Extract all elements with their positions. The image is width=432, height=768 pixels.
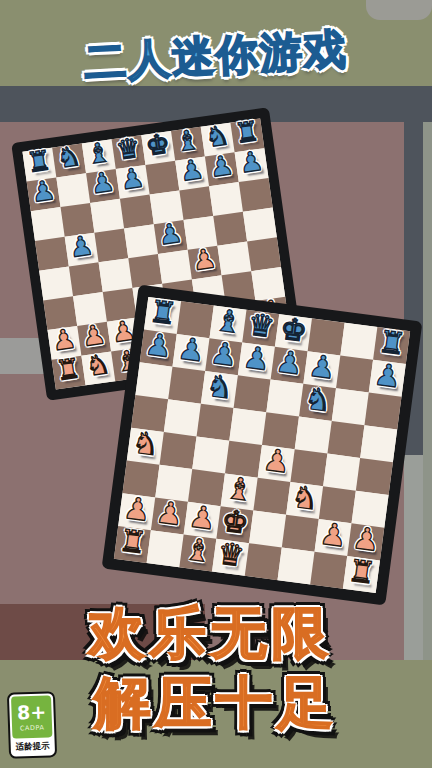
age-rating-number: 8+ — [17, 702, 47, 723]
salmon-bishop-piece: ♝ — [224, 471, 255, 507]
blue-king-piece: ♚ — [278, 312, 309, 348]
square-b7 — [56, 173, 90, 207]
square-a6 — [135, 362, 172, 399]
square-h7: ♟ — [235, 148, 269, 182]
salmon-pawn-piece: ♟ — [187, 499, 218, 535]
age-rating-caption: 适龄提示 — [16, 740, 50, 753]
square-c6: ♞ — [201, 371, 238, 408]
blue-pawn-piece: ♟ — [118, 162, 146, 195]
square-b7: ♟ — [172, 334, 209, 371]
square-b5 — [164, 399, 201, 436]
chess-board-front[interactable]: ♜♝♛♚♜♟♟♟♟♟♟♟♞♞♞♟♝♞♟♟♟♚♟♟♜♝♛♜ — [102, 285, 423, 606]
square-d4 — [128, 254, 162, 288]
salmon-king-piece: ♚ — [220, 504, 251, 540]
square-e3 — [253, 478, 290, 515]
square-g1 — [310, 552, 347, 589]
blue-knight-piece: ♞ — [203, 120, 231, 153]
blue-pawn-piece: ♟ — [241, 340, 272, 376]
square-c6 — [90, 199, 124, 233]
salmon-pawn-piece: ♟ — [351, 521, 382, 557]
square-a1: ♜ — [52, 356, 86, 390]
blue-bishop-piece: ♝ — [84, 137, 112, 170]
square-f5 — [295, 417, 332, 454]
background-blob — [366, 0, 432, 20]
promo-screenshot: 二人迷你游戏 ♜♞♝♛♚♝♞♜♟♟♟♟♟♟♟♟♟♟♟♟♟♟♟♟♜♞♝♛♚♝♞♜ … — [0, 0, 432, 768]
salmon-queen-piece: ♛ — [215, 536, 246, 572]
square-g4 — [323, 454, 360, 491]
blue-pawn-piece: ♟ — [176, 331, 207, 367]
square-g7 — [336, 355, 373, 392]
blue-pawn-piece: ♟ — [29, 175, 57, 208]
square-b6 — [168, 367, 205, 404]
square-b1 — [147, 530, 184, 567]
square-g5 — [327, 421, 364, 458]
age-rating-org: CADPA — [20, 724, 45, 733]
blue-pawn-piece: ♟ — [156, 218, 184, 251]
square-e4 — [158, 250, 192, 284]
square-e7: ♟ — [271, 347, 308, 384]
square-g6 — [209, 182, 243, 216]
square-c5 — [94, 228, 128, 262]
blue-rook-piece: ♜ — [147, 294, 178, 330]
square-g6 — [332, 388, 369, 425]
square-a4 — [39, 267, 73, 301]
blue-rook-piece: ♜ — [376, 324, 407, 360]
square-g4 — [217, 241, 251, 275]
salmon-pawn-piece: ♟ — [154, 495, 185, 531]
blue-pawn-piece: ♟ — [274, 344, 305, 380]
square-a6 — [31, 207, 65, 241]
blue-pawn-piece: ♟ — [372, 357, 403, 393]
square-e7 — [145, 161, 179, 195]
square-e6 — [266, 380, 303, 417]
salmon-knight-piece: ♞ — [84, 349, 112, 382]
background-right-strip-gray — [404, 455, 423, 690]
salmon-pawn-piece: ♟ — [80, 319, 108, 352]
square-a7: ♟ — [27, 177, 61, 211]
square-d7: ♟ — [238, 343, 275, 380]
square-h1: ♜ — [343, 556, 380, 593]
square-h5 — [243, 208, 277, 242]
square-b5: ♟ — [65, 233, 99, 267]
square-d5 — [229, 408, 266, 445]
salmon-pawn-piece: ♟ — [122, 491, 153, 527]
square-b1: ♞ — [81, 351, 115, 385]
square-f6: ♞ — [299, 384, 336, 421]
square-f3: ♞ — [286, 482, 323, 519]
blue-knight-piece: ♞ — [302, 381, 333, 417]
square-f4: ♟ — [188, 246, 222, 280]
blue-pawn-piece: ♟ — [143, 327, 174, 363]
square-h5 — [360, 425, 397, 462]
age-rating-green-box: 8+ CADPA — [11, 695, 52, 738]
blue-queen-piece: ♛ — [114, 133, 142, 166]
square-f6 — [179, 186, 213, 220]
square-d7: ♟ — [116, 165, 150, 199]
blue-rook-piece: ♜ — [25, 145, 53, 178]
square-h6 — [364, 392, 401, 429]
square-d6 — [234, 375, 271, 412]
square-b4 — [69, 262, 103, 296]
square-e1 — [245, 543, 282, 580]
square-f1 — [277, 547, 314, 584]
salmon-rook-piece: ♜ — [346, 553, 377, 589]
square-h4 — [247, 237, 281, 271]
blue-knight-piece: ♞ — [55, 141, 83, 174]
salmon-pawn-piece: ♟ — [318, 516, 349, 552]
blue-rook-piece: ♜ — [233, 116, 261, 149]
square-h6 — [239, 178, 273, 212]
square-f7: ♟ — [175, 157, 209, 191]
salmon-pawn-piece: ♟ — [50, 323, 78, 356]
square-e2 — [249, 510, 286, 547]
square-a1: ♜ — [114, 526, 151, 563]
square-a4: ♞ — [127, 428, 164, 465]
square-e4: ♟ — [258, 445, 295, 482]
blue-pawn-piece: ♟ — [307, 349, 338, 385]
square-c5 — [197, 404, 234, 441]
square-a5 — [35, 237, 69, 271]
salmon-rook-piece: ♜ — [54, 353, 82, 386]
square-e8: ♚ — [141, 131, 175, 165]
square-g5 — [213, 212, 247, 246]
salmon-bishop-piece: ♝ — [183, 532, 214, 568]
square-c4 — [192, 436, 229, 473]
square-c1: ♝ — [179, 535, 216, 572]
salmon-rook-piece: ♜ — [117, 523, 148, 559]
blue-pawn-piece: ♟ — [89, 166, 117, 199]
blue-pawn-piece: ♟ — [178, 154, 206, 187]
slogan-line-1: 欢乐无限 — [89, 596, 333, 672]
square-d6 — [120, 195, 154, 229]
square-b2: ♟ — [151, 498, 188, 535]
square-h4 — [356, 458, 393, 495]
square-d5 — [124, 224, 158, 258]
square-b8: ♞ — [52, 144, 86, 178]
blue-bishop-piece: ♝ — [173, 124, 201, 157]
square-c4 — [99, 258, 133, 292]
salmon-knight-piece: ♞ — [290, 479, 321, 515]
square-f2 — [282, 515, 319, 552]
square-d1: ♛ — [212, 539, 249, 576]
square-g7: ♟ — [205, 152, 239, 186]
blue-pawn-piece: ♟ — [209, 336, 240, 372]
square-a7: ♟ — [140, 330, 177, 367]
blue-knight-piece: ♞ — [204, 368, 235, 404]
background-right-strip-green — [423, 122, 432, 690]
chess-grid-front: ♜♝♛♚♜♟♟♟♟♟♟♟♞♞♞♟♝♞♟♟♟♚♟♟♜♝♛♜ — [114, 297, 410, 593]
square-g8 — [340, 323, 377, 360]
slogan-line-2: 解压十足 — [94, 666, 338, 742]
salmon-knight-piece: ♞ — [130, 425, 161, 461]
age-rating-badge: 8+ CADPA 适龄提示 — [7, 691, 57, 759]
blue-pawn-piece: ♟ — [67, 230, 95, 263]
square-e5: ♟ — [154, 220, 188, 254]
square-c7: ♟ — [86, 169, 120, 203]
salmon-pawn-piece: ♟ — [190, 243, 218, 276]
blue-king-piece: ♚ — [144, 128, 172, 161]
blue-pawn-piece: ♟ — [237, 146, 265, 179]
square-h7: ♟ — [369, 360, 406, 397]
blue-queen-piece: ♛ — [246, 307, 277, 343]
square-g2: ♟ — [315, 519, 352, 556]
square-b4 — [160, 432, 197, 469]
blue-bishop-piece: ♝ — [213, 303, 244, 339]
salmon-pawn-piece: ♟ — [261, 442, 292, 478]
blue-pawn-piece: ♟ — [207, 150, 235, 183]
